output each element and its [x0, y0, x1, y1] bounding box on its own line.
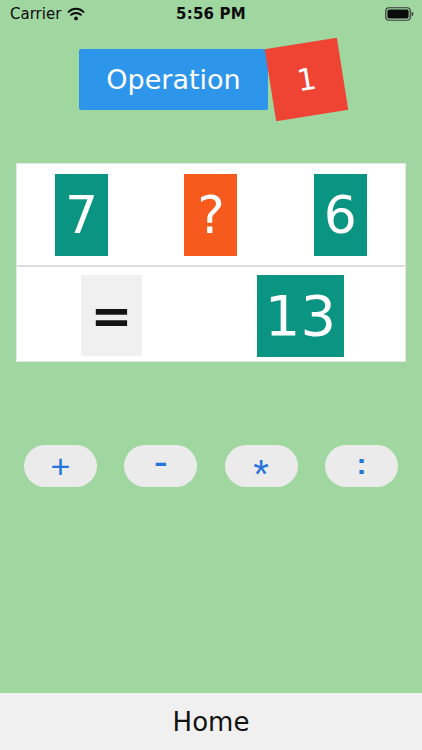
operator-multiply-button[interactable]: * — [225, 445, 298, 487]
level-badge: 1 — [265, 38, 349, 122]
result-card: 13 — [257, 275, 344, 357]
unknown-operator-slot[interactable]: ? — [184, 174, 237, 256]
carrier-label: Carrier — [10, 5, 61, 23]
status-right — [385, 7, 414, 21]
equation-board: 7 ? 6 = 13 — [16, 163, 406, 362]
level-badge-number: 1 — [294, 61, 318, 99]
status-time: 5:56 PM — [176, 5, 246, 23]
title-label: Operation — [106, 64, 240, 95]
operator-divide-button[interactable]: : — [325, 445, 398, 487]
operator-minus-button[interactable]: - — [124, 445, 197, 487]
operand-right-card: 6 — [314, 174, 367, 256]
wifi-icon — [67, 7, 85, 21]
home-button[interactable]: Home — [0, 693, 422, 750]
battery-icon — [385, 7, 414, 21]
result-row: = 13 — [17, 267, 405, 360]
operator-buttons: + - * : — [0, 445, 422, 487]
app-screen: Carrier 5:56 PM Operation 1 7 ? 6 — [0, 0, 422, 750]
equation-row: 7 ? 6 — [17, 164, 405, 265]
status-left: Carrier — [10, 5, 85, 23]
status-bar: Carrier 5:56 PM — [0, 0, 422, 26]
equals-card: = — [81, 275, 142, 356]
home-label: Home — [173, 707, 250, 737]
title-operation-button: Operation — [79, 49, 268, 110]
operator-plus-button[interactable]: + — [24, 445, 97, 487]
operand-left-card: 7 — [55, 174, 108, 256]
